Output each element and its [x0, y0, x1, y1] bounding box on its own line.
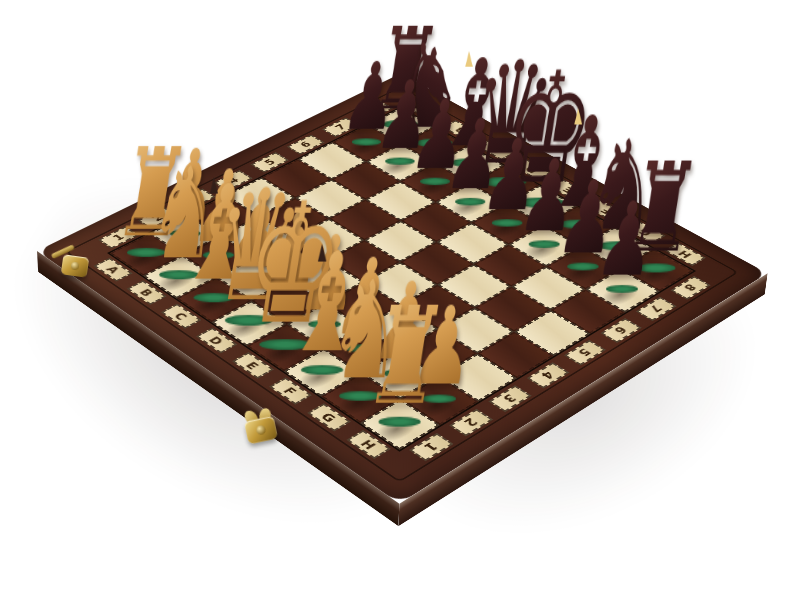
latch-knob [70, 261, 79, 270]
latch-body [61, 254, 90, 277]
brass-latch-left [61, 254, 90, 277]
pawn-glyph: ♟ [572, 189, 673, 290]
board-grid: ♜♟♟♜♞♟♟♞♝♟♟♝♛♟♟♛♚♟♟♚♝♟♟♝♞♟♟♞♜♟♟♜ [107, 107, 696, 452]
chess-board: ABCDEFGH ABCDEFGH 12345678 12345678 ♜♟♟♜… [37, 73, 768, 503]
latch-knob [256, 425, 267, 436]
photo-background: ABCDEFGH ABCDEFGH 12345678 12345678 ♜♟♟♜… [0, 0, 800, 600]
coordinate-label: H [358, 438, 378, 451]
coordinate-label: 6 [298, 140, 314, 149]
rook-glyph: ♜ [332, 290, 466, 424]
piece-black-pawn-h7[interactable]: ♟ [572, 189, 673, 290]
piece-white-rook-h1[interactable]: ♜ [332, 290, 466, 424]
scene: ABCDEFGH ABCDEFGH 12345678 12345678 ♜♟♟♜… [0, 0, 800, 600]
